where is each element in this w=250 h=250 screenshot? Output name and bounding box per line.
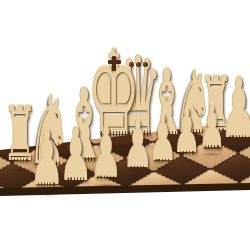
piece-white-pawn-1: ♟ [30,120,64,196]
piece-white-pawn-7: ♟ [199,97,226,156]
piece-white-pawn-2: ♟ [59,118,92,191]
piece-white-pawn-3: ♟ [90,117,122,188]
crown-bead-icon [129,62,134,67]
piece-white-pawn-4: ♟ [123,112,153,178]
queen-crown-beads-icon [129,62,148,67]
king-cross-finial-icon [112,56,116,71]
crown-bead-icon [143,62,148,67]
pieces-layer: ♜♞♝♚♛♝♞♜♟♟♟♟♟♟♟♟ [0,0,250,250]
crown-bead-icon [136,62,141,67]
chess-set-photo: ♜♞♝♚♛♝♞♜♟♟♟♟♟♟♟♟ [0,0,250,250]
